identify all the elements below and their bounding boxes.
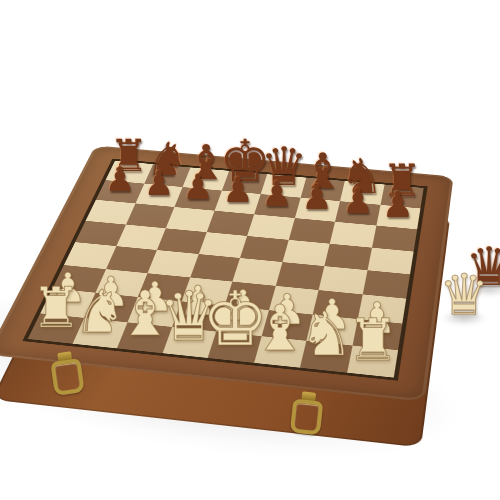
square-e1 [208, 331, 262, 363]
latch-ring [290, 399, 323, 436]
square-g1 [300, 340, 352, 372]
square-f1 [254, 336, 307, 368]
latch-ring [50, 358, 84, 396]
extra-queen-shadow [466, 282, 500, 296]
brass-latch-front-right [290, 391, 324, 436]
extra-queen-shadow [441, 311, 487, 325]
chess-board [28, 161, 424, 378]
square-h1 [347, 345, 398, 377]
brass-latch-front-left [49, 350, 85, 396]
product-photo: ♜♞♝♚♛♝♞♜♟♟♟♟♟♟♟♟♟♟♟♟♟♟♟♟♜♞♝♛♚♝♞♜♛♛ [0, 0, 500, 500]
board-frame [22, 159, 427, 381]
